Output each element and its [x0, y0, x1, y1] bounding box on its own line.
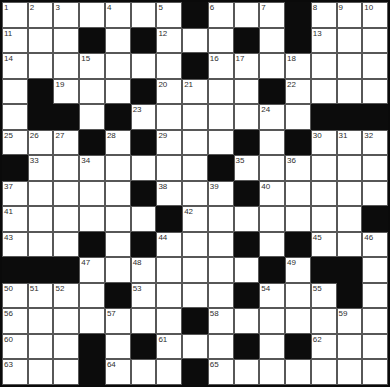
clue-number: 12	[158, 29, 167, 39]
black-cell	[131, 232, 157, 258]
white-cell[interactable]	[28, 308, 54, 334]
white-cell[interactable]	[234, 308, 260, 334]
white-cell[interactable]	[259, 28, 285, 54]
white-cell[interactable]	[285, 206, 311, 232]
white-cell[interactable]: 19	[53, 79, 79, 105]
black-cell	[28, 257, 54, 283]
white-cell[interactable]: 32	[362, 130, 388, 156]
white-cell[interactable]	[182, 257, 208, 283]
clue-number: 56	[4, 309, 13, 319]
white-cell[interactable]	[131, 359, 157, 385]
white-cell[interactable]: 43	[2, 232, 28, 258]
black-cell	[285, 2, 311, 28]
black-cell	[234, 232, 260, 258]
white-cell[interactable]	[156, 283, 182, 309]
white-cell[interactable]	[362, 334, 388, 360]
white-cell[interactable]	[285, 359, 311, 385]
white-cell[interactable]	[182, 155, 208, 181]
clue-number: 28	[107, 131, 116, 141]
white-cell[interactable]	[285, 104, 311, 130]
white-cell[interactable]	[182, 334, 208, 360]
white-cell[interactable]	[337, 28, 363, 54]
clue-number: 62	[313, 335, 322, 345]
white-cell[interactable]	[234, 104, 260, 130]
white-cell[interactable]	[362, 257, 388, 283]
white-cell[interactable]: 13	[311, 28, 337, 54]
clue-number: 19	[55, 80, 64, 90]
white-cell[interactable]: 15	[79, 53, 105, 79]
white-cell[interactable]	[53, 206, 79, 232]
white-cell[interactable]	[105, 28, 131, 54]
white-cell[interactable]: 33	[28, 155, 54, 181]
white-cell[interactable]	[105, 232, 131, 258]
white-cell[interactable]	[311, 359, 337, 385]
white-cell[interactable]	[311, 206, 337, 232]
clue-number: 39	[210, 182, 219, 192]
black-cell	[234, 334, 260, 360]
clue-number: 29	[158, 131, 167, 141]
clue-number: 7	[261, 3, 265, 13]
black-cell	[53, 104, 79, 130]
white-cell[interactable]: 55	[311, 283, 337, 309]
white-cell[interactable]	[53, 359, 79, 385]
white-cell[interactable]	[208, 232, 234, 258]
black-cell	[337, 283, 363, 309]
black-cell	[337, 257, 363, 283]
white-cell[interactable]	[208, 334, 234, 360]
white-cell[interactable]: 64	[105, 359, 131, 385]
white-cell[interactable]	[182, 104, 208, 130]
clue-number: 36	[287, 156, 296, 166]
black-cell	[259, 79, 285, 105]
white-cell[interactable]: 37	[2, 181, 28, 207]
white-cell[interactable]	[234, 206, 260, 232]
clue-number: 34	[81, 156, 90, 166]
white-cell[interactable]: 41	[2, 206, 28, 232]
clue-number: 60	[4, 335, 13, 345]
white-cell[interactable]	[79, 308, 105, 334]
white-cell[interactable]: 4	[105, 2, 131, 28]
white-cell[interactable]: 5	[156, 2, 182, 28]
white-cell[interactable]: 59	[337, 308, 363, 334]
black-cell	[234, 130, 260, 156]
black-cell	[131, 79, 157, 105]
black-cell	[182, 2, 208, 28]
clue-number: 50	[4, 284, 13, 294]
white-cell[interactable]: 11	[2, 28, 28, 54]
white-cell[interactable]	[131, 206, 157, 232]
clue-number: 52	[55, 284, 64, 294]
clue-number: 15	[81, 54, 90, 64]
white-cell[interactable]	[311, 53, 337, 79]
white-cell[interactable]	[28, 53, 54, 79]
black-cell	[131, 28, 157, 54]
black-cell	[105, 104, 131, 130]
white-cell[interactable]	[311, 155, 337, 181]
white-cell[interactable]	[28, 359, 54, 385]
white-cell[interactable]	[156, 257, 182, 283]
white-cell[interactable]: 63	[2, 359, 28, 385]
black-cell	[2, 257, 28, 283]
clue-number: 44	[158, 233, 167, 243]
clue-number: 41	[4, 207, 13, 217]
white-cell[interactable]: 60	[2, 334, 28, 360]
white-cell[interactable]: 58	[208, 308, 234, 334]
white-cell[interactable]	[28, 206, 54, 232]
white-cell[interactable]: 2	[28, 2, 54, 28]
white-cell[interactable]	[131, 2, 157, 28]
white-cell[interactable]	[362, 79, 388, 105]
white-cell[interactable]	[131, 53, 157, 79]
white-cell[interactable]	[79, 206, 105, 232]
white-cell[interactable]	[105, 181, 131, 207]
clue-number: 11	[4, 29, 12, 39]
black-cell	[53, 257, 79, 283]
white-cell[interactable]	[131, 308, 157, 334]
white-cell[interactable]: 28	[105, 130, 131, 156]
clue-number: 20	[158, 80, 167, 90]
white-cell[interactable]	[311, 308, 337, 334]
white-cell[interactable]: 17	[234, 53, 260, 79]
clue-number: 58	[210, 309, 219, 319]
white-cell[interactable]: 36	[285, 155, 311, 181]
white-cell[interactable]	[28, 28, 54, 54]
black-cell	[79, 232, 105, 258]
white-cell[interactable]: 40	[259, 181, 285, 207]
black-cell	[285, 130, 311, 156]
white-cell[interactable]: 61	[156, 334, 182, 360]
white-cell[interactable]	[362, 308, 388, 334]
white-cell[interactable]: 12	[156, 28, 182, 54]
white-cell[interactable]	[2, 79, 28, 105]
white-cell[interactable]	[182, 283, 208, 309]
black-cell	[79, 28, 105, 54]
white-cell[interactable]	[28, 181, 54, 207]
black-cell	[79, 334, 105, 360]
white-cell[interactable]	[337, 334, 363, 360]
white-cell[interactable]	[156, 53, 182, 79]
clue-number: 46	[364, 233, 373, 243]
white-cell[interactable]: 3	[53, 2, 79, 28]
clue-number: 4	[107, 3, 111, 13]
clue-number: 24	[261, 105, 270, 115]
clue-number: 30	[313, 131, 322, 141]
clue-number: 5	[158, 3, 162, 13]
white-cell[interactable]	[208, 104, 234, 130]
black-cell	[311, 104, 337, 130]
white-cell[interactable]	[182, 181, 208, 207]
clue-number: 53	[133, 284, 142, 294]
white-cell[interactable]: 45	[311, 232, 337, 258]
white-cell[interactable]	[53, 155, 79, 181]
white-cell[interactable]: 52	[53, 283, 79, 309]
white-cell[interactable]: 7	[259, 2, 285, 28]
white-cell[interactable]: 54	[259, 283, 285, 309]
white-cell[interactable]	[182, 28, 208, 54]
white-cell[interactable]	[234, 79, 260, 105]
white-cell[interactable]: 16	[208, 53, 234, 79]
white-cell[interactable]	[362, 181, 388, 207]
white-cell[interactable]: 46	[362, 232, 388, 258]
white-cell[interactable]	[105, 79, 131, 105]
white-cell[interactable]	[259, 130, 285, 156]
clue-number: 26	[30, 131, 39, 141]
clue-number: 59	[339, 309, 348, 319]
white-cell[interactable]	[362, 359, 388, 385]
white-cell[interactable]	[285, 181, 311, 207]
white-cell[interactable]	[53, 28, 79, 54]
black-cell	[131, 334, 157, 360]
clue-number: 49	[287, 258, 296, 268]
clue-number: 8	[313, 3, 317, 13]
white-cell[interactable]	[182, 232, 208, 258]
clue-number: 40	[261, 182, 270, 192]
clue-number: 2	[30, 3, 34, 13]
white-cell[interactable]	[79, 79, 105, 105]
white-cell[interactable]	[362, 155, 388, 181]
clue-number: 14	[4, 54, 13, 64]
black-cell	[2, 155, 28, 181]
white-cell[interactable]: 8	[311, 2, 337, 28]
white-cell[interactable]: 21	[182, 79, 208, 105]
clue-number: 33	[30, 156, 39, 166]
white-cell[interactable]	[362, 283, 388, 309]
clue-number: 21	[184, 80, 193, 90]
white-cell[interactable]	[259, 206, 285, 232]
white-cell[interactable]: 18	[285, 53, 311, 79]
white-cell[interactable]	[337, 359, 363, 385]
white-cell[interactable]	[79, 181, 105, 207]
clue-number: 3	[55, 3, 59, 13]
white-cell[interactable]	[311, 79, 337, 105]
white-cell[interactable]: 24	[259, 104, 285, 130]
clue-number: 55	[313, 284, 322, 294]
clue-number: 1	[4, 3, 8, 13]
clue-number: 61	[158, 335, 167, 345]
clue-number: 31	[339, 131, 348, 141]
white-cell[interactable]: 10	[362, 2, 388, 28]
black-cell	[156, 206, 182, 232]
white-cell[interactable]: 50	[2, 283, 28, 309]
white-cell[interactable]	[131, 155, 157, 181]
white-cell[interactable]	[208, 206, 234, 232]
black-cell	[131, 181, 157, 207]
black-cell	[362, 206, 388, 232]
white-cell[interactable]: 65	[208, 359, 234, 385]
white-cell[interactable]	[156, 155, 182, 181]
white-cell[interactable]: 39	[208, 181, 234, 207]
clue-number: 38	[158, 182, 167, 192]
white-cell[interactable]: 29	[156, 130, 182, 156]
clue-number: 45	[313, 233, 322, 243]
white-cell[interactable]	[311, 181, 337, 207]
black-cell	[182, 53, 208, 79]
clue-number: 37	[4, 182, 13, 192]
clue-number: 18	[287, 54, 296, 64]
clue-number: 13	[313, 29, 322, 39]
clue-number: 47	[81, 258, 90, 268]
black-cell	[79, 130, 105, 156]
white-cell[interactable]: 62	[311, 334, 337, 360]
white-cell[interactable]	[28, 334, 54, 360]
white-cell[interactable]: 22	[285, 79, 311, 105]
white-cell[interactable]	[337, 232, 363, 258]
white-cell[interactable]	[105, 53, 131, 79]
white-cell[interactable]	[234, 359, 260, 385]
white-cell[interactable]	[105, 206, 131, 232]
white-cell[interactable]	[337, 181, 363, 207]
clue-number: 6	[210, 3, 214, 13]
clue-number: 54	[261, 284, 270, 294]
clue-number: 22	[287, 80, 296, 90]
white-cell[interactable]	[259, 53, 285, 79]
white-cell[interactable]: 23	[131, 104, 157, 130]
white-cell[interactable]: 42	[182, 206, 208, 232]
black-cell	[234, 283, 260, 309]
white-cell[interactable]: 47	[79, 257, 105, 283]
white-cell[interactable]	[362, 28, 388, 54]
white-cell[interactable]: 9	[337, 2, 363, 28]
white-cell[interactable]	[259, 155, 285, 181]
white-cell[interactable]: 26	[28, 130, 54, 156]
white-cell[interactable]	[105, 155, 131, 181]
black-cell	[285, 28, 311, 54]
white-cell[interactable]	[79, 283, 105, 309]
white-cell[interactable]: 44	[156, 232, 182, 258]
clue-number: 42	[184, 207, 193, 217]
white-cell[interactable]	[234, 257, 260, 283]
black-cell	[234, 181, 260, 207]
black-cell	[234, 28, 260, 54]
white-cell[interactable]	[156, 308, 182, 334]
white-cell[interactable]: 6	[208, 2, 234, 28]
white-cell[interactable]	[53, 334, 79, 360]
white-cell[interactable]: 38	[156, 181, 182, 207]
white-cell[interactable]	[105, 334, 131, 360]
clue-number: 27	[55, 131, 64, 141]
black-cell	[362, 104, 388, 130]
black-cell	[131, 130, 157, 156]
black-cell	[285, 232, 311, 258]
white-cell[interactable]	[156, 104, 182, 130]
white-cell[interactable]	[208, 79, 234, 105]
white-cell[interactable]	[2, 104, 28, 130]
white-cell[interactable]	[337, 206, 363, 232]
white-cell[interactable]	[53, 308, 79, 334]
white-cell[interactable]	[79, 104, 105, 130]
white-cell[interactable]	[53, 232, 79, 258]
white-cell[interactable]: 30	[311, 130, 337, 156]
white-cell[interactable]	[285, 308, 311, 334]
clue-number: 17	[236, 54, 245, 64]
white-cell[interactable]: 31	[337, 130, 363, 156]
black-cell	[259, 257, 285, 283]
black-cell	[105, 283, 131, 309]
clue-number: 43	[4, 233, 13, 243]
white-cell[interactable]: 51	[28, 283, 54, 309]
white-cell[interactable]	[28, 232, 54, 258]
white-cell[interactable]	[234, 2, 260, 28]
white-cell[interactable]	[208, 257, 234, 283]
white-cell[interactable]	[259, 359, 285, 385]
black-cell	[285, 334, 311, 360]
crossword-grid: 1234567891011121314151617181920212223242…	[0, 0, 390, 387]
white-cell[interactable]	[337, 53, 363, 79]
black-cell	[337, 104, 363, 130]
white-cell[interactable]	[208, 28, 234, 54]
clue-number: 64	[107, 360, 116, 370]
white-cell[interactable]: 53	[131, 283, 157, 309]
black-cell	[182, 308, 208, 334]
black-cell	[79, 359, 105, 385]
white-cell[interactable]: 1	[2, 2, 28, 28]
white-cell[interactable]	[156, 359, 182, 385]
white-cell[interactable]	[259, 334, 285, 360]
white-cell[interactable]: 48	[131, 257, 157, 283]
white-cell[interactable]: 25	[2, 130, 28, 156]
white-cell[interactable]: 49	[285, 257, 311, 283]
white-cell[interactable]	[337, 79, 363, 105]
white-cell[interactable]	[285, 283, 311, 309]
white-cell[interactable]	[259, 232, 285, 258]
white-cell[interactable]	[182, 130, 208, 156]
clue-number: 51	[30, 284, 39, 294]
clue-number: 16	[210, 54, 219, 64]
white-cell[interactable]: 14	[2, 53, 28, 79]
black-cell	[311, 257, 337, 283]
clue-number: 10	[364, 3, 373, 13]
white-cell[interactable]	[259, 308, 285, 334]
black-cell	[28, 79, 54, 105]
white-cell[interactable]	[208, 130, 234, 156]
clue-number: 63	[4, 360, 13, 370]
white-cell[interactable]	[105, 257, 131, 283]
clue-number: 65	[210, 360, 219, 370]
clue-number: 48	[133, 258, 142, 268]
white-cell[interactable]	[79, 2, 105, 28]
clue-number: 32	[364, 131, 373, 141]
white-cell[interactable]	[208, 283, 234, 309]
white-cell[interactable]: 27	[53, 130, 79, 156]
white-cell[interactable]	[53, 53, 79, 79]
white-cell[interactable]	[362, 53, 388, 79]
black-cell	[28, 104, 54, 130]
white-cell[interactable]: 34	[79, 155, 105, 181]
white-cell[interactable]	[337, 155, 363, 181]
white-cell[interactable]: 20	[156, 79, 182, 105]
clue-number: 9	[339, 3, 343, 13]
clue-number: 35	[236, 156, 245, 166]
white-cell[interactable]	[53, 181, 79, 207]
black-cell	[208, 155, 234, 181]
clue-number: 23	[133, 105, 142, 115]
clue-number: 57	[107, 309, 116, 319]
white-cell[interactable]: 57	[105, 308, 131, 334]
white-cell[interactable]: 56	[2, 308, 28, 334]
white-cell[interactable]: 35	[234, 155, 260, 181]
clue-number: 25	[4, 131, 13, 141]
black-cell	[182, 359, 208, 385]
